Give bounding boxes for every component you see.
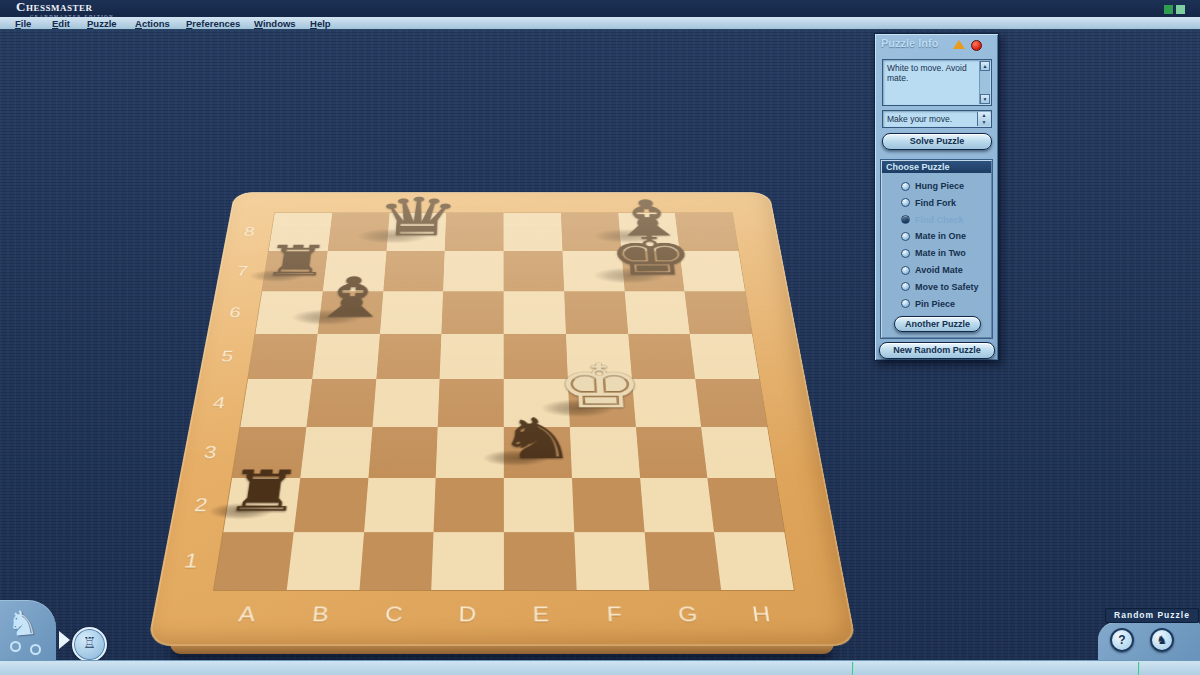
player-badge-icon[interactable]: ♖ xyxy=(72,627,107,662)
square-a4[interactable] xyxy=(240,379,312,427)
file-label-d: D xyxy=(458,603,476,627)
square-h5[interactable] xyxy=(690,334,759,379)
tray-arrow-icon[interactable] xyxy=(59,631,70,649)
scroll-down-icon[interactable]: ▼ xyxy=(980,94,990,104)
wheel-icon xyxy=(30,644,41,655)
black-rook-a2[interactable]: ♜ xyxy=(221,463,306,520)
square-h6[interactable] xyxy=(685,291,752,334)
puzzle-type-option-avoid-mate[interactable]: Avoid Mate xyxy=(901,264,963,276)
radio-label: Move to Safety xyxy=(915,282,979,292)
radio-button[interactable] xyxy=(901,249,910,258)
file-label-h: H xyxy=(751,603,772,627)
knight-logo-icon: ♞ xyxy=(5,602,39,645)
file-label-a: A xyxy=(237,603,257,627)
new-random-puzzle-button[interactable]: New Random Puzzle xyxy=(879,342,995,359)
square-g3[interactable] xyxy=(635,427,707,478)
file-label-f: F xyxy=(606,603,622,627)
square-c4[interactable] xyxy=(372,379,440,427)
square-h1[interactable] xyxy=(714,532,794,590)
move-dropdown[interactable]: Make your move. ▲▼ xyxy=(882,110,992,128)
menu-item-puzzle[interactable]: Puzzle xyxy=(87,18,117,29)
menu-item-edit[interactable]: Edit xyxy=(52,18,70,29)
engine-tray-tab[interactable]: ♞ xyxy=(0,600,56,662)
choose-puzzle-group: Choose Puzzle Hung PieceFind ForkFind Ch… xyxy=(880,159,993,339)
another-puzzle-button[interactable]: Another Puzzle xyxy=(894,316,981,332)
square-d1[interactable] xyxy=(431,532,503,590)
radio-button-selected[interactable] xyxy=(901,215,910,224)
choose-puzzle-header: Choose Puzzle xyxy=(882,161,991,173)
record-dot-icon[interactable] xyxy=(971,40,982,51)
puzzle-type-option-hung-piece[interactable]: Hung Piece xyxy=(901,180,964,192)
instruction-textbox[interactable]: White to move. Avoid mate. ▲ ▼ xyxy=(882,59,992,106)
square-b1[interactable] xyxy=(287,532,364,590)
puzzle-type-option-find-fork[interactable]: Find Fork xyxy=(901,197,956,209)
window-control-green-icon[interactable] xyxy=(1164,5,1173,14)
square-e8[interactable] xyxy=(504,213,563,251)
black-queen-c8[interactable]: ♛ xyxy=(372,190,461,243)
radio-button[interactable] xyxy=(901,266,910,275)
status-separator xyxy=(853,662,854,675)
instruction-text: White to move. Avoid mate. xyxy=(887,63,971,83)
radio-label: Mate in Two xyxy=(915,248,966,258)
file-label-e: E xyxy=(532,603,549,627)
spinner-down-icon[interactable]: ▼ xyxy=(978,119,990,126)
radio-button[interactable] xyxy=(901,299,910,308)
square-f6[interactable] xyxy=(564,291,628,334)
square-d7[interactable] xyxy=(443,251,503,291)
file-label-c: C xyxy=(384,603,403,627)
radio-label: Avoid Mate xyxy=(915,265,963,275)
scroll-up-icon[interactable]: ▲ xyxy=(980,61,990,71)
radio-label: Pin Piece xyxy=(915,299,955,309)
random-puzzle-label: Random Puzzle xyxy=(1105,608,1199,623)
radio-label: Hung Piece xyxy=(915,181,964,191)
spinner-up-icon[interactable]: ▲ xyxy=(978,112,990,119)
radio-button[interactable] xyxy=(901,232,910,241)
window-controls[interactable] xyxy=(1164,5,1185,14)
square-c3[interactable] xyxy=(368,427,438,478)
square-f1[interactable] xyxy=(574,532,649,590)
square-e7[interactable] xyxy=(504,251,564,291)
square-g1[interactable] xyxy=(644,532,721,590)
radio-label: Find Fork xyxy=(915,198,956,208)
square-a5[interactable] xyxy=(248,334,317,379)
move-dropdown-value: Make your move. xyxy=(887,114,975,124)
square-f3[interactable] xyxy=(570,427,640,478)
file-label-b: B xyxy=(311,603,330,627)
radio-label: Mate in One xyxy=(915,231,966,241)
chess-board-3d: 87654321ABCDEFGH ♛♝♜♚♝♚♞♜ xyxy=(147,0,857,646)
help-button[interactable]: ? xyxy=(1110,628,1134,652)
solve-puzzle-button[interactable]: Solve Puzzle xyxy=(882,133,992,150)
textbox-scrollbar[interactable]: ▲ ▼ xyxy=(979,61,990,104)
black-bishop-b6[interactable]: ♝ xyxy=(306,270,397,325)
square-d4[interactable] xyxy=(438,379,504,427)
window-control-teal-icon[interactable] xyxy=(1176,5,1185,14)
square-d6[interactable] xyxy=(442,291,504,334)
warning-triangle-icon[interactable] xyxy=(953,40,965,49)
black-knight-e3[interactable]: ♞ xyxy=(497,410,577,466)
puzzle-type-option-pin-piece[interactable]: Pin Piece xyxy=(901,298,955,310)
square-h4[interactable] xyxy=(695,379,767,427)
square-e6[interactable] xyxy=(504,291,566,334)
puzzle-info-panel: Puzzle Info White to move. Avoid mate. ▲… xyxy=(874,33,999,361)
radio-button[interactable] xyxy=(901,198,910,207)
square-b5[interactable] xyxy=(312,334,380,379)
square-h3[interactable] xyxy=(701,427,775,478)
square-c5[interactable] xyxy=(376,334,442,379)
menu-item-file[interactable]: File xyxy=(15,18,31,29)
mentor-knight-button[interactable]: ♞ xyxy=(1150,628,1174,652)
square-c1[interactable] xyxy=(359,532,434,590)
panel-title: Puzzle Info xyxy=(881,37,938,49)
square-b3[interactable] xyxy=(300,427,372,478)
file-label-g: G xyxy=(677,603,699,627)
board-plane: 87654321ABCDEFGH ♛♝♜♚♝♚♞♜ xyxy=(147,192,857,646)
dropdown-spinner[interactable]: ▲▼ xyxy=(977,112,990,126)
puzzle-type-option-move-to-safety[interactable]: Move to Safety xyxy=(901,281,979,293)
puzzle-type-option-mate-in-one[interactable]: Mate in One xyxy=(901,230,966,242)
square-g6[interactable] xyxy=(624,291,690,334)
status-bar xyxy=(0,660,1200,675)
square-b4[interactable] xyxy=(306,379,376,427)
square-a1[interactable] xyxy=(214,532,293,590)
puzzle-type-option-find-check[interactable]: Find Check xyxy=(901,214,964,226)
wheel-icon xyxy=(10,641,21,652)
status-separator xyxy=(1139,662,1140,675)
radio-button[interactable] xyxy=(901,282,910,291)
puzzle-tray-tab[interactable]: ? ♞ xyxy=(1098,622,1200,663)
square-d5[interactable] xyxy=(440,334,504,379)
radio-label: Find Check xyxy=(915,215,964,225)
radio-button[interactable] xyxy=(901,182,910,191)
black-king-g7[interactable]: ♚ xyxy=(606,229,698,283)
puzzle-type-option-mate-in-two[interactable]: Mate in Two xyxy=(901,247,966,259)
square-e1[interactable] xyxy=(504,532,577,590)
